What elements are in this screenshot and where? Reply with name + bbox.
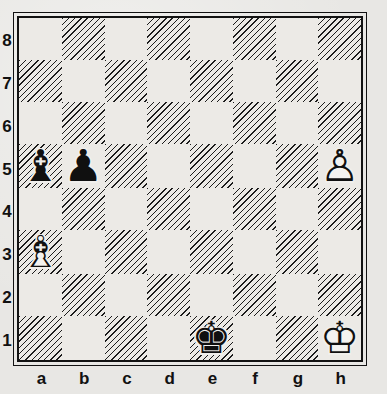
file-label-h: h [319, 367, 362, 391]
square-d1[interactable] [147, 316, 190, 360]
rank-label-8: 8 [0, 20, 14, 63]
square-f6[interactable] [233, 102, 276, 144]
square-e2[interactable] [190, 274, 233, 316]
square-e1[interactable]: ♚ [190, 316, 233, 360]
square-a3[interactable]: ♝♗ [19, 230, 62, 274]
square-c7[interactable] [105, 60, 148, 102]
rank-label-2: 2 [0, 277, 14, 320]
file-label-a: a [20, 367, 63, 391]
square-d3[interactable] [147, 230, 190, 274]
square-f4[interactable] [233, 188, 276, 230]
white-king-outline: ♔ [320, 312, 359, 363]
square-a6[interactable] [19, 102, 62, 144]
square-h7[interactable] [318, 60, 361, 102]
rank-label-3: 3 [0, 234, 14, 277]
square-e3[interactable] [190, 230, 233, 274]
square-b3[interactable] [62, 230, 105, 274]
square-f5[interactable] [233, 144, 276, 188]
rank-label-7: 7 [0, 63, 14, 106]
square-c6[interactable] [105, 102, 148, 144]
black-king-glyph: ♚ [192, 312, 231, 363]
square-b5[interactable]: ♟ [62, 144, 105, 188]
square-b8[interactable] [62, 18, 105, 60]
square-g7[interactable] [276, 60, 319, 102]
square-d7[interactable] [147, 60, 190, 102]
square-h8[interactable] [318, 18, 361, 60]
rank-labels: 87654321 [0, 20, 14, 362]
black-bishop-glyph: ♝ [21, 140, 60, 191]
square-f7[interactable] [233, 60, 276, 102]
black-pawn-glyph: ♟ [63, 140, 102, 191]
square-d8[interactable] [147, 18, 190, 60]
square-d4[interactable] [147, 188, 190, 230]
square-b6[interactable] [62, 102, 105, 144]
rank-label-5: 5 [0, 148, 14, 191]
square-c1[interactable] [105, 316, 148, 360]
piece-black-bishop-a5[interactable]: ♝ [21, 144, 60, 188]
square-e7[interactable] [190, 60, 233, 102]
square-a1[interactable] [19, 316, 62, 360]
square-h6[interactable] [318, 102, 361, 144]
square-a8[interactable] [19, 18, 62, 60]
square-b1[interactable] [62, 316, 105, 360]
square-c8[interactable] [105, 18, 148, 60]
file-label-b: b [63, 367, 106, 391]
rank-label-4: 4 [0, 191, 14, 234]
square-h4[interactable] [318, 188, 361, 230]
square-e5[interactable] [190, 144, 233, 188]
white-pawn-outline: ♙ [320, 140, 359, 191]
rank-label-1: 1 [0, 319, 14, 362]
square-e8[interactable] [190, 18, 233, 60]
square-h1[interactable]: ♚♔ [318, 316, 361, 360]
board-grid: ♝♟♟♙♝♗♚♚♔ [17, 16, 363, 362]
square-c4[interactable] [105, 188, 148, 230]
square-b2[interactable] [62, 274, 105, 316]
chess-board: ♝♟♟♙♝♗♚♚♔ [13, 12, 367, 366]
file-labels: abcdefgh [20, 367, 362, 391]
file-label-e: e [191, 367, 234, 391]
square-g5[interactable] [276, 144, 319, 188]
square-g4[interactable] [276, 188, 319, 230]
square-f2[interactable] [233, 274, 276, 316]
square-g8[interactable] [276, 18, 319, 60]
square-h3[interactable] [318, 230, 361, 274]
file-label-g: g [277, 367, 320, 391]
square-b4[interactable] [62, 188, 105, 230]
file-label-c: c [106, 367, 149, 391]
square-g2[interactable] [276, 274, 319, 316]
piece-white-king-h1[interactable]: ♚♔ [320, 316, 359, 360]
square-e6[interactable] [190, 102, 233, 144]
chess-diagram-page: 87654321 ♝♟♟♙♝♗♚♚♔ abcdefgh [0, 0, 387, 394]
square-f8[interactable] [233, 18, 276, 60]
square-e4[interactable] [190, 188, 233, 230]
square-d6[interactable] [147, 102, 190, 144]
piece-white-bishop-a3[interactable]: ♝♗ [21, 230, 60, 274]
square-g3[interactable] [276, 230, 319, 274]
square-c5[interactable] [105, 144, 148, 188]
file-label-f: f [234, 367, 277, 391]
square-a7[interactable] [19, 60, 62, 102]
square-d2[interactable] [147, 274, 190, 316]
square-a4[interactable] [19, 188, 62, 230]
piece-white-pawn-h5[interactable]: ♟♙ [320, 144, 359, 188]
piece-black-pawn-b5[interactable]: ♟ [63, 144, 102, 188]
file-label-d: d [148, 367, 191, 391]
square-f1[interactable] [233, 316, 276, 360]
square-h5[interactable]: ♟♙ [318, 144, 361, 188]
square-g1[interactable] [276, 316, 319, 360]
rank-label-6: 6 [0, 106, 14, 149]
square-a2[interactable] [19, 274, 62, 316]
square-a5[interactable]: ♝ [19, 144, 62, 188]
square-h2[interactable] [318, 274, 361, 316]
piece-black-king-e1[interactable]: ♚ [192, 316, 231, 360]
square-f3[interactable] [233, 230, 276, 274]
square-c3[interactable] [105, 230, 148, 274]
square-b7[interactable] [62, 60, 105, 102]
square-d5[interactable] [147, 144, 190, 188]
square-c2[interactable] [105, 274, 148, 316]
white-bishop-outline: ♗ [21, 226, 60, 277]
square-g6[interactable] [276, 102, 319, 144]
